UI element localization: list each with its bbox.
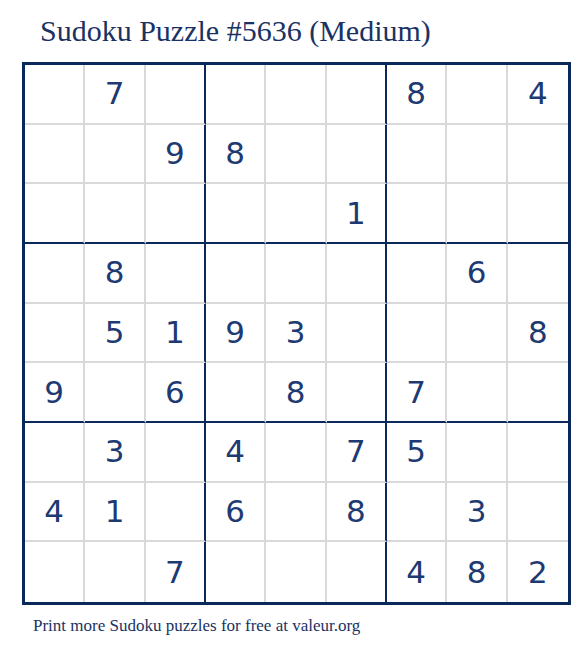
cell-r3c7[interactable] bbox=[387, 184, 447, 244]
cell-r5c5[interactable]: 3 bbox=[266, 304, 326, 364]
cell-r4c1[interactable] bbox=[25, 244, 85, 304]
cell-r1c9[interactable]: 4 bbox=[508, 65, 568, 125]
cell-r7c1[interactable] bbox=[25, 423, 85, 483]
cell-r4c2[interactable]: 8 bbox=[85, 244, 145, 304]
cell-r4c8[interactable]: 6 bbox=[447, 244, 507, 304]
cell-r1c3[interactable] bbox=[146, 65, 206, 125]
cell-r6c4[interactable] bbox=[206, 363, 266, 423]
cell-r6c3[interactable]: 6 bbox=[146, 363, 206, 423]
cell-r9c7[interactable]: 4 bbox=[387, 542, 447, 602]
cell-r1c4[interactable] bbox=[206, 65, 266, 125]
cell-r9c9[interactable]: 2 bbox=[508, 542, 568, 602]
cell-r3c1[interactable] bbox=[25, 184, 85, 244]
cell-r9c3[interactable]: 7 bbox=[146, 542, 206, 602]
cell-r8c8[interactable]: 3 bbox=[447, 483, 507, 543]
cell-r6c6[interactable] bbox=[327, 363, 387, 423]
cell-r9c8[interactable]: 8 bbox=[447, 542, 507, 602]
cell-r4c4[interactable] bbox=[206, 244, 266, 304]
cell-r4c5[interactable] bbox=[266, 244, 326, 304]
cell-r8c9[interactable] bbox=[508, 483, 568, 543]
cell-r9c1[interactable] bbox=[25, 542, 85, 602]
cell-r5c1[interactable] bbox=[25, 304, 85, 364]
cell-r7c6[interactable]: 7 bbox=[327, 423, 387, 483]
cell-r5c8[interactable] bbox=[447, 304, 507, 364]
cell-r8c1[interactable]: 4 bbox=[25, 483, 85, 543]
cell-r2c2[interactable] bbox=[85, 125, 145, 185]
cell-r4c6[interactable] bbox=[327, 244, 387, 304]
cell-r7c3[interactable] bbox=[146, 423, 206, 483]
cell-r1c1[interactable] bbox=[25, 65, 85, 125]
cell-r7c2[interactable]: 3 bbox=[85, 423, 145, 483]
cell-r2c6[interactable] bbox=[327, 125, 387, 185]
cell-r4c7[interactable] bbox=[387, 244, 447, 304]
cell-r4c3[interactable] bbox=[146, 244, 206, 304]
cell-r5c6[interactable] bbox=[327, 304, 387, 364]
sudoku-grid: 784981865193896873475416837482 bbox=[22, 62, 571, 605]
cell-r6c2[interactable] bbox=[85, 363, 145, 423]
cell-r3c2[interactable] bbox=[85, 184, 145, 244]
cell-r3c4[interactable] bbox=[206, 184, 266, 244]
cell-r3c3[interactable] bbox=[146, 184, 206, 244]
cell-r9c6[interactable] bbox=[327, 542, 387, 602]
cell-r8c7[interactable] bbox=[387, 483, 447, 543]
cell-r1c8[interactable] bbox=[447, 65, 507, 125]
cell-r1c6[interactable] bbox=[327, 65, 387, 125]
cell-r2c3[interactable]: 9 bbox=[146, 125, 206, 185]
cell-r2c5[interactable] bbox=[266, 125, 326, 185]
footer-text: Print more Sudoku puzzles for free at va… bbox=[33, 616, 360, 636]
cell-r6c8[interactable] bbox=[447, 363, 507, 423]
cell-r7c8[interactable] bbox=[447, 423, 507, 483]
cell-r2c9[interactable] bbox=[508, 125, 568, 185]
cell-r1c2[interactable]: 7 bbox=[85, 65, 145, 125]
cell-r9c4[interactable] bbox=[206, 542, 266, 602]
cell-r8c3[interactable] bbox=[146, 483, 206, 543]
cell-r2c4[interactable]: 8 bbox=[206, 125, 266, 185]
cell-r1c7[interactable]: 8 bbox=[387, 65, 447, 125]
cell-r7c4[interactable]: 4 bbox=[206, 423, 266, 483]
cell-r8c5[interactable] bbox=[266, 483, 326, 543]
cell-r3c8[interactable] bbox=[447, 184, 507, 244]
cell-r5c7[interactable] bbox=[387, 304, 447, 364]
cell-r6c5[interactable]: 8 bbox=[266, 363, 326, 423]
cell-r2c7[interactable] bbox=[387, 125, 447, 185]
cell-r8c4[interactable]: 6 bbox=[206, 483, 266, 543]
cell-r6c7[interactable]: 7 bbox=[387, 363, 447, 423]
cell-r7c9[interactable] bbox=[508, 423, 568, 483]
cell-r5c4[interactable]: 9 bbox=[206, 304, 266, 364]
sudoku-page: Sudoku Puzzle #5636 (Medium) 78498186519… bbox=[0, 0, 574, 651]
cell-r2c1[interactable] bbox=[25, 125, 85, 185]
cell-r5c9[interactable]: 8 bbox=[508, 304, 568, 364]
page-title: Sudoku Puzzle #5636 (Medium) bbox=[40, 14, 431, 48]
cell-r8c2[interactable]: 1 bbox=[85, 483, 145, 543]
cell-r4c9[interactable] bbox=[508, 244, 568, 304]
cell-r6c9[interactable] bbox=[508, 363, 568, 423]
cell-r3c9[interactable] bbox=[508, 184, 568, 244]
cell-r2c8[interactable] bbox=[447, 125, 507, 185]
cell-r5c3[interactable]: 1 bbox=[146, 304, 206, 364]
cell-r6c1[interactable]: 9 bbox=[25, 363, 85, 423]
cell-r9c2[interactable] bbox=[85, 542, 145, 602]
cell-r5c2[interactable]: 5 bbox=[85, 304, 145, 364]
cell-r3c5[interactable] bbox=[266, 184, 326, 244]
cell-r9c5[interactable] bbox=[266, 542, 326, 602]
cell-r7c5[interactable] bbox=[266, 423, 326, 483]
cell-r8c6[interactable]: 8 bbox=[327, 483, 387, 543]
cell-r1c5[interactable] bbox=[266, 65, 326, 125]
cell-r3c6[interactable]: 1 bbox=[327, 184, 387, 244]
cell-r7c7[interactable]: 5 bbox=[387, 423, 447, 483]
